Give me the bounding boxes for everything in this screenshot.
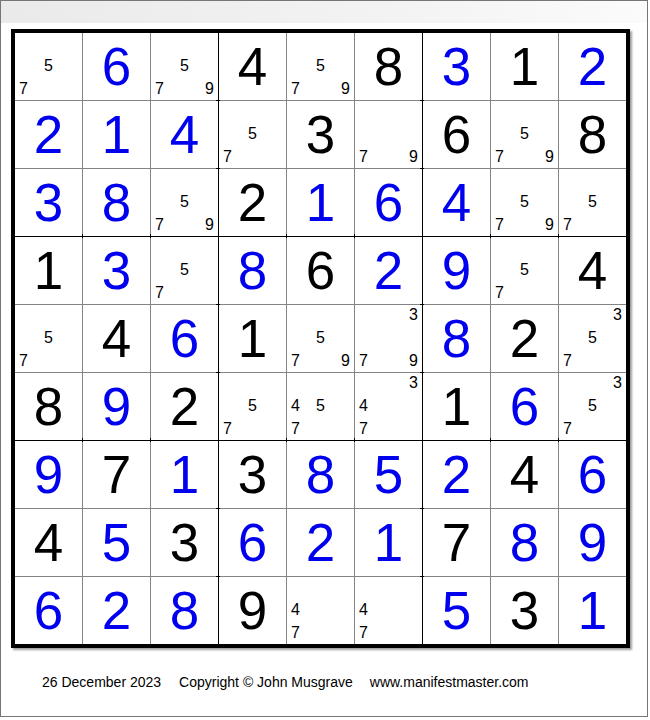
pencil-marks: 457 bbox=[291, 375, 350, 437]
cell-r5c6[interactable]: 379 bbox=[355, 305, 422, 372]
cell-r7c4[interactable]: 3 bbox=[219, 441, 286, 508]
pencil-marks: 579 bbox=[291, 307, 350, 369]
cell-r5c8[interactable]: 2 bbox=[491, 305, 558, 372]
cell-value: 2 bbox=[15, 101, 82, 168]
pencil-mark-7: 7 bbox=[155, 285, 164, 301]
cell-r7c5[interactable]: 8 bbox=[287, 441, 354, 508]
window-header-band bbox=[1, 1, 647, 23]
cell-value: 3 bbox=[151, 509, 218, 576]
cell-r8c4[interactable]: 6 bbox=[219, 509, 286, 576]
cell-r8c6[interactable]: 1 bbox=[355, 509, 422, 576]
cell-r6c8[interactable]: 6 bbox=[491, 373, 558, 440]
pencil-mark-7: 7 bbox=[223, 421, 232, 437]
cell-r6c9[interactable]: 357 bbox=[559, 373, 626, 440]
sudoku-board: 5765794579831221457379657983857921645795… bbox=[11, 29, 630, 648]
pencil-marks: 57 bbox=[223, 103, 282, 165]
pencil-marks: 47 bbox=[291, 579, 350, 641]
pencil-mark-4: 4 bbox=[291, 398, 300, 414]
cell-r1c6[interactable]: 8 bbox=[355, 33, 422, 100]
cell-value: 8 bbox=[15, 373, 82, 440]
cell-r7c9[interactable]: 6 bbox=[559, 441, 626, 508]
cell-r2c2[interactable]: 1 bbox=[83, 101, 150, 168]
cell-r2c3[interactable]: 4 bbox=[151, 101, 218, 168]
pencil-mark-7: 7 bbox=[155, 81, 164, 97]
cell-value: 8 bbox=[559, 101, 626, 168]
cell-r2c4[interactable]: 57 bbox=[219, 101, 286, 168]
cell-r3c5[interactable]: 1 bbox=[287, 169, 354, 236]
cell-value: 4 bbox=[491, 441, 558, 508]
cell-r1c8[interactable]: 1 bbox=[491, 33, 558, 100]
cell-r7c2[interactable]: 7 bbox=[83, 441, 150, 508]
cell-r1c5[interactable]: 579 bbox=[287, 33, 354, 100]
pencil-marks: 347 bbox=[359, 375, 418, 437]
cell-value: 1 bbox=[83, 101, 150, 168]
cell-value: 4 bbox=[151, 101, 218, 168]
cell-value: 3 bbox=[491, 577, 558, 644]
cell-r4c1[interactable]: 1 bbox=[15, 237, 82, 304]
cell-value: 8 bbox=[491, 509, 558, 576]
cell-r6c4[interactable]: 57 bbox=[219, 373, 286, 440]
cell-r3c6[interactable]: 6 bbox=[355, 169, 422, 236]
cell-r2c7[interactable]: 6 bbox=[423, 101, 490, 168]
pencil-marks: 57 bbox=[563, 171, 622, 233]
cell-value: 4 bbox=[559, 237, 626, 304]
cell-r8c5[interactable]: 2 bbox=[287, 509, 354, 576]
cell-r4c7[interactable]: 9 bbox=[423, 237, 490, 304]
pencil-mark-5: 5 bbox=[316, 398, 325, 414]
cell-r5c4[interactable]: 1 bbox=[219, 305, 286, 372]
cell-value: 6 bbox=[287, 237, 354, 304]
cell-r1c4[interactable]: 4 bbox=[219, 33, 286, 100]
pencil-mark-7: 7 bbox=[563, 353, 572, 369]
cell-r7c8[interactable]: 4 bbox=[491, 441, 558, 508]
pencil-mark-9: 9 bbox=[545, 149, 554, 165]
pencil-mark-9: 9 bbox=[205, 81, 214, 97]
cell-r9c9[interactable]: 1 bbox=[559, 577, 626, 644]
pencil-marks: 57 bbox=[495, 239, 554, 301]
cell-r9c3[interactable]: 8 bbox=[151, 577, 218, 644]
cell-value: 3 bbox=[423, 33, 490, 100]
cell-r2c9[interactable]: 8 bbox=[559, 101, 626, 168]
cell-value: 1 bbox=[491, 33, 558, 100]
pencil-mark-9: 9 bbox=[341, 81, 350, 97]
pencil-marks: 579 bbox=[495, 171, 554, 233]
pencil-mark-9: 9 bbox=[409, 149, 418, 165]
cell-r4c4[interactable]: 8 bbox=[219, 237, 286, 304]
cell-r4c6[interactable]: 2 bbox=[355, 237, 422, 304]
pencil-marks: 57 bbox=[223, 375, 282, 437]
window: 5765794579831221457379657983857921645795… bbox=[0, 0, 648, 717]
cell-r5c1[interactable]: 57 bbox=[15, 305, 82, 372]
footer-date: 26 December 2023 bbox=[42, 674, 161, 690]
cell-r7c1[interactable]: 9 bbox=[15, 441, 82, 508]
cell-r8c1[interactable]: 4 bbox=[15, 509, 82, 576]
pencil-mark-7: 7 bbox=[563, 421, 572, 437]
cell-r6c5[interactable]: 457 bbox=[287, 373, 354, 440]
pencil-marks: 579 bbox=[495, 103, 554, 165]
cell-r6c3[interactable]: 2 bbox=[151, 373, 218, 440]
pencil-mark-9: 9 bbox=[545, 217, 554, 233]
pencil-mark-5: 5 bbox=[588, 330, 597, 346]
pencil-mark-5: 5 bbox=[316, 58, 325, 74]
cell-value: 6 bbox=[219, 509, 286, 576]
pencil-mark-5: 5 bbox=[520, 126, 529, 142]
cell-r1c3[interactable]: 579 bbox=[151, 33, 218, 100]
pencil-mark-9: 9 bbox=[341, 353, 350, 369]
cell-value: 8 bbox=[151, 577, 218, 644]
pencil-mark-7: 7 bbox=[19, 353, 28, 369]
pencil-mark-7: 7 bbox=[359, 149, 368, 165]
pencil-marks: 579 bbox=[155, 35, 214, 97]
cell-value: 8 bbox=[219, 237, 286, 304]
cell-r6c2[interactable]: 9 bbox=[83, 373, 150, 440]
cell-r4c5[interactable]: 6 bbox=[287, 237, 354, 304]
pencil-mark-3: 3 bbox=[409, 375, 418, 391]
cell-r3c9[interactable]: 57 bbox=[559, 169, 626, 236]
pencil-mark-7: 7 bbox=[19, 81, 28, 97]
cell-value: 7 bbox=[423, 509, 490, 576]
cell-value: 3 bbox=[287, 101, 354, 168]
cell-r1c2[interactable]: 6 bbox=[83, 33, 150, 100]
pencil-mark-7: 7 bbox=[495, 217, 504, 233]
footer: 26 December 2023Copyright © John Musgrav… bbox=[42, 674, 529, 690]
pencil-mark-7: 7 bbox=[291, 81, 300, 97]
footer-website: www.manifestmaster.com bbox=[370, 674, 529, 690]
cell-value: 8 bbox=[423, 305, 490, 372]
pencil-marks: 579 bbox=[291, 35, 350, 97]
cell-r3c8[interactable]: 579 bbox=[491, 169, 558, 236]
cell-r6c1[interactable]: 8 bbox=[15, 373, 82, 440]
pencil-mark-5: 5 bbox=[180, 194, 189, 210]
pencil-mark-3: 3 bbox=[613, 307, 622, 323]
cell-r4c8[interactable]: 57 bbox=[491, 237, 558, 304]
pencil-marks: 79 bbox=[359, 103, 418, 165]
pencil-mark-5: 5 bbox=[44, 330, 53, 346]
pencil-mark-3: 3 bbox=[613, 375, 622, 391]
cell-r8c8[interactable]: 8 bbox=[491, 509, 558, 576]
cell-r4c9[interactable]: 4 bbox=[559, 237, 626, 304]
cell-r2c1[interactable]: 2 bbox=[15, 101, 82, 168]
cell-r3c4[interactable]: 2 bbox=[219, 169, 286, 236]
pencil-mark-7: 7 bbox=[359, 421, 368, 437]
cell-value: 2 bbox=[423, 441, 490, 508]
pencil-mark-7: 7 bbox=[495, 285, 504, 301]
cell-r3c2[interactable]: 8 bbox=[83, 169, 150, 236]
cell-value: 2 bbox=[559, 33, 626, 100]
pencil-mark-7: 7 bbox=[291, 625, 300, 641]
cell-r8c2[interactable]: 5 bbox=[83, 509, 150, 576]
cell-r1c7[interactable]: 3 bbox=[423, 33, 490, 100]
pencil-mark-5: 5 bbox=[248, 398, 257, 414]
cell-r9c4[interactable]: 9 bbox=[219, 577, 286, 644]
cell-r2c6[interactable]: 79 bbox=[355, 101, 422, 168]
cell-r3c7[interactable]: 4 bbox=[423, 169, 490, 236]
pencil-mark-5: 5 bbox=[520, 262, 529, 278]
cell-value: 6 bbox=[491, 373, 558, 440]
cell-value: 6 bbox=[151, 305, 218, 372]
pencil-marks: 357 bbox=[563, 307, 622, 369]
cell-r5c7[interactable]: 8 bbox=[423, 305, 490, 372]
pencil-mark-7: 7 bbox=[291, 421, 300, 437]
pencil-mark-7: 7 bbox=[155, 217, 164, 233]
cell-value: 5 bbox=[83, 509, 150, 576]
cell-value: 4 bbox=[423, 169, 490, 236]
pencil-marks: 57 bbox=[19, 307, 78, 369]
cell-value: 6 bbox=[83, 33, 150, 100]
cell-value: 1 bbox=[219, 305, 286, 372]
cell-value: 1 bbox=[287, 169, 354, 236]
footer-copyright: Copyright © John Musgrave bbox=[179, 674, 353, 690]
pencil-marks: 47 bbox=[359, 579, 418, 641]
pencil-mark-9: 9 bbox=[205, 217, 214, 233]
cell-r5c5[interactable]: 579 bbox=[287, 305, 354, 372]
pencil-mark-5: 5 bbox=[588, 194, 597, 210]
cell-value: 3 bbox=[15, 169, 82, 236]
cell-r1c9[interactable]: 2 bbox=[559, 33, 626, 100]
cell-value: 1 bbox=[151, 441, 218, 508]
cell-r7c3[interactable]: 1 bbox=[151, 441, 218, 508]
pencil-marks: 57 bbox=[155, 239, 214, 301]
pencil-marks: 379 bbox=[359, 307, 418, 369]
pencil-marks: 579 bbox=[155, 171, 214, 233]
cell-r3c1[interactable]: 3 bbox=[15, 169, 82, 236]
cell-value: 5 bbox=[423, 577, 490, 644]
pencil-mark-5: 5 bbox=[180, 58, 189, 74]
pencil-mark-5: 5 bbox=[44, 58, 53, 74]
cell-r6c7[interactable]: 1 bbox=[423, 373, 490, 440]
cell-value: 8 bbox=[355, 33, 422, 100]
cell-r8c9[interactable]: 9 bbox=[559, 509, 626, 576]
cell-value: 6 bbox=[355, 169, 422, 236]
cell-value: 6 bbox=[15, 577, 82, 644]
cell-r6c6[interactable]: 347 bbox=[355, 373, 422, 440]
pencil-marks: 57 bbox=[19, 35, 78, 97]
cell-value: 2 bbox=[83, 577, 150, 644]
cell-value: 4 bbox=[83, 305, 150, 372]
cell-value: 3 bbox=[219, 441, 286, 508]
cell-r7c6[interactable]: 5 bbox=[355, 441, 422, 508]
cell-value: 2 bbox=[491, 305, 558, 372]
cell-value: 2 bbox=[219, 169, 286, 236]
cell-r9c5[interactable]: 47 bbox=[287, 577, 354, 644]
pencil-mark-7: 7 bbox=[291, 353, 300, 369]
cell-value: 4 bbox=[219, 33, 286, 100]
cell-r4c2[interactable]: 3 bbox=[83, 237, 150, 304]
cell-value: 1 bbox=[423, 373, 490, 440]
pencil-mark-4: 4 bbox=[359, 602, 368, 618]
pencil-mark-5: 5 bbox=[180, 262, 189, 278]
pencil-marks: 357 bbox=[563, 375, 622, 437]
cell-r9c1[interactable]: 6 bbox=[15, 577, 82, 644]
cell-r4c3[interactable]: 57 bbox=[151, 237, 218, 304]
cell-r2c8[interactable]: 579 bbox=[491, 101, 558, 168]
pencil-mark-7: 7 bbox=[563, 217, 572, 233]
cell-value: 9 bbox=[83, 373, 150, 440]
pencil-mark-7: 7 bbox=[223, 149, 232, 165]
pencil-mark-5: 5 bbox=[520, 194, 529, 210]
cell-value: 7 bbox=[83, 441, 150, 508]
cell-r5c3[interactable]: 6 bbox=[151, 305, 218, 372]
cell-r1c1[interactable]: 57 bbox=[15, 33, 82, 100]
cell-r3c3[interactable]: 579 bbox=[151, 169, 218, 236]
pencil-mark-4: 4 bbox=[291, 602, 300, 618]
cell-value: 4 bbox=[15, 509, 82, 576]
pencil-mark-7: 7 bbox=[359, 625, 368, 641]
cell-r5c9[interactable]: 357 bbox=[559, 305, 626, 372]
cell-r2c5[interactable]: 3 bbox=[287, 101, 354, 168]
pencil-mark-9: 9 bbox=[409, 353, 418, 369]
cell-value: 9 bbox=[219, 577, 286, 644]
pencil-mark-5: 5 bbox=[588, 398, 597, 414]
cell-r9c8[interactable]: 3 bbox=[491, 577, 558, 644]
cell-value: 6 bbox=[559, 441, 626, 508]
cell-value: 8 bbox=[83, 169, 150, 236]
pencil-mark-7: 7 bbox=[495, 149, 504, 165]
cell-value: 9 bbox=[423, 237, 490, 304]
cell-r7c7[interactable]: 2 bbox=[423, 441, 490, 508]
cell-r9c7[interactable]: 5 bbox=[423, 577, 490, 644]
pencil-mark-3: 3 bbox=[409, 307, 418, 323]
pencil-mark-5: 5 bbox=[248, 126, 257, 142]
cell-value: 6 bbox=[423, 101, 490, 168]
cell-value: 5 bbox=[355, 441, 422, 508]
pencil-mark-5: 5 bbox=[316, 330, 325, 346]
cell-value: 9 bbox=[15, 441, 82, 508]
cell-r5c2[interactable]: 4 bbox=[83, 305, 150, 372]
cell-r9c6[interactable]: 47 bbox=[355, 577, 422, 644]
cell-value: 3 bbox=[83, 237, 150, 304]
cell-r9c2[interactable]: 2 bbox=[83, 577, 150, 644]
cell-r8c3[interactable]: 3 bbox=[151, 509, 218, 576]
cell-value: 8 bbox=[287, 441, 354, 508]
cell-r8c7[interactable]: 7 bbox=[423, 509, 490, 576]
cell-value: 2 bbox=[287, 509, 354, 576]
cell-value: 2 bbox=[151, 373, 218, 440]
pencil-mark-4: 4 bbox=[359, 398, 368, 414]
cell-value: 9 bbox=[559, 509, 626, 576]
cell-value: 1 bbox=[559, 577, 626, 644]
cell-value: 2 bbox=[355, 237, 422, 304]
cell-value: 1 bbox=[15, 237, 82, 304]
pencil-mark-7: 7 bbox=[359, 353, 368, 369]
cell-value: 1 bbox=[355, 509, 422, 576]
